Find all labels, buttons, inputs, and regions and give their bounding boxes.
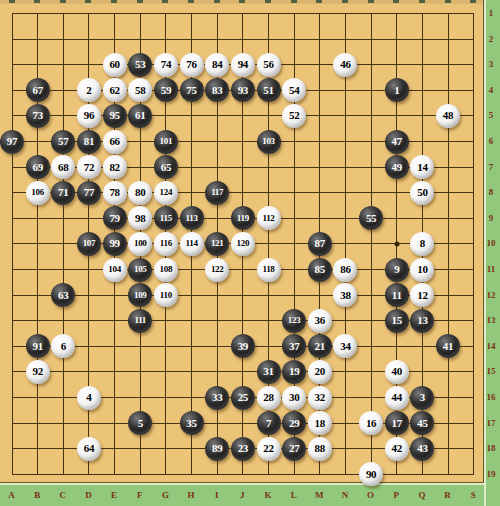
stone-move-17: 17 (385, 411, 409, 435)
move-number: 2 (86, 85, 91, 96)
move-number: 101 (160, 137, 173, 146)
move-number: 7 (266, 418, 271, 429)
move-number: 73 (32, 110, 42, 121)
column-label-D: D (85, 491, 92, 500)
move-number: 27 (289, 443, 299, 454)
move-number: 35 (186, 418, 196, 429)
column-label-K: K (264, 491, 271, 500)
move-number: 111 (134, 316, 146, 325)
cropped-top-label (239, 0, 245, 3)
stone-move-112: 112 (257, 206, 281, 230)
move-number: 121 (211, 239, 224, 248)
stone-move-99: 99 (103, 232, 127, 256)
move-number: 104 (108, 265, 121, 274)
stone-move-45: 45 (410, 411, 434, 435)
stone-move-60: 60 (103, 53, 127, 77)
stone-move-41: 41 (436, 334, 460, 358)
move-number: 36 (315, 315, 325, 326)
stone-move-55: 55 (359, 206, 383, 230)
stone-move-59: 59 (154, 78, 178, 102)
move-number: 13 (417, 315, 427, 326)
stone-move-50: 50 (410, 181, 434, 205)
go-board[interactable]: 6053747684945646672625859758393515417396… (0, 0, 500, 506)
move-number: 56 (263, 59, 273, 70)
move-number: 92 (32, 366, 42, 377)
move-number: 37 (289, 341, 299, 352)
move-number: 61 (135, 110, 145, 121)
move-number: 51 (263, 85, 273, 96)
move-number: 34 (340, 341, 350, 352)
stone-move-27: 27 (282, 437, 306, 461)
move-number: 48 (443, 110, 453, 121)
move-number: 115 (160, 214, 172, 223)
move-number: 96 (84, 110, 94, 121)
stone-move-74: 74 (154, 53, 178, 77)
grid-line-vertical (345, 13, 346, 475)
column-label-E: E (111, 491, 117, 500)
stone-move-85: 85 (308, 258, 332, 282)
stone-move-33: 33 (205, 386, 229, 410)
move-number: 118 (262, 265, 274, 274)
cropped-top-label (291, 0, 297, 3)
move-number: 49 (392, 162, 402, 173)
stone-move-10: 10 (410, 258, 434, 282)
stone-move-7: 7 (257, 411, 281, 435)
move-number: 18 (315, 418, 325, 429)
stone-move-28: 28 (257, 386, 281, 410)
column-label-L: L (291, 491, 297, 500)
cropped-top-label (188, 0, 194, 3)
move-number: 62 (109, 85, 119, 96)
stone-move-23: 23 (231, 437, 255, 461)
move-number: 39 (238, 341, 248, 352)
stone-move-54: 54 (282, 78, 306, 102)
stone-move-38: 38 (333, 283, 357, 307)
move-number: 110 (160, 291, 172, 300)
stone-move-71: 71 (51, 181, 75, 205)
move-number: 79 (109, 213, 119, 224)
stone-move-9: 9 (385, 258, 409, 282)
stone-move-5: 5 (128, 411, 152, 435)
stone-move-124: 124 (154, 181, 178, 205)
stone-move-114: 114 (180, 232, 204, 256)
stone-move-63: 63 (51, 283, 75, 307)
stone-move-79: 79 (103, 206, 127, 230)
stone-move-75: 75 (180, 78, 204, 102)
move-number: 4 (86, 392, 91, 403)
stone-move-111: 111 (128, 309, 152, 333)
stone-move-110: 110 (154, 283, 178, 307)
move-number: 43 (417, 443, 427, 454)
stone-move-30: 30 (282, 386, 306, 410)
stone-move-119: 119 (231, 206, 255, 230)
move-number: 109 (134, 291, 147, 300)
stone-move-13: 13 (410, 309, 434, 333)
stone-move-37: 37 (282, 334, 306, 358)
stone-move-67: 67 (26, 78, 50, 102)
move-number: 76 (186, 59, 196, 70)
stone-move-35: 35 (180, 411, 204, 435)
row-label-19: 19 (487, 469, 496, 478)
move-number: 58 (135, 85, 145, 96)
move-number: 65 (161, 162, 171, 173)
stone-move-66: 66 (103, 130, 127, 154)
row-label-7: 7 (489, 162, 494, 171)
stone-move-15: 15 (385, 309, 409, 333)
move-number: 74 (161, 59, 171, 70)
grid-line-vertical (448, 13, 449, 475)
move-number: 63 (58, 290, 68, 301)
cropped-top-label (9, 0, 15, 3)
stone-move-117: 117 (205, 181, 229, 205)
move-number: 81 (84, 136, 94, 147)
move-number: 23 (238, 443, 248, 454)
move-number: 97 (7, 136, 17, 147)
move-number: 108 (160, 265, 173, 274)
stone-move-98: 98 (128, 206, 152, 230)
row-label-9: 9 (489, 213, 494, 222)
stone-move-88: 88 (308, 437, 332, 461)
move-number: 114 (185, 239, 197, 248)
stone-move-83: 83 (205, 78, 229, 102)
move-number: 71 (58, 187, 68, 198)
stone-move-80: 80 (128, 181, 152, 205)
column-label-G: G (162, 491, 169, 500)
column-label-R: R (444, 491, 451, 500)
move-number: 17 (392, 418, 402, 429)
stone-move-22: 22 (257, 437, 281, 461)
stone-move-109: 109 (128, 283, 152, 307)
move-number: 59 (161, 85, 171, 96)
stone-move-32: 32 (308, 386, 332, 410)
move-number: 123 (288, 316, 301, 325)
stone-move-69: 69 (26, 155, 50, 179)
row-label-5: 5 (489, 111, 494, 120)
row-label-10: 10 (487, 239, 496, 248)
move-number: 124 (160, 188, 173, 197)
move-number: 67 (32, 85, 42, 96)
cropped-top-label (316, 0, 322, 3)
move-number: 93 (238, 85, 248, 96)
move-number: 16 (366, 418, 376, 429)
stone-move-89: 89 (205, 437, 229, 461)
move-number: 122 (211, 265, 224, 274)
move-number: 103 (262, 137, 275, 146)
stone-move-47: 47 (385, 130, 409, 154)
column-label-M: M (315, 491, 324, 500)
stone-move-21: 21 (308, 334, 332, 358)
move-number: 91 (32, 341, 42, 352)
stone-move-118: 118 (257, 258, 281, 282)
stone-move-48: 48 (436, 104, 460, 128)
move-number: 42 (392, 443, 402, 454)
column-label-A: A (8, 491, 15, 500)
stone-move-49: 49 (385, 155, 409, 179)
move-number: 19 (289, 366, 299, 377)
stone-move-122: 122 (205, 258, 229, 282)
stone-move-39: 39 (231, 334, 255, 358)
move-number: 72 (84, 162, 94, 173)
move-number: 53 (135, 59, 145, 70)
column-label-B: B (34, 491, 40, 500)
cropped-top-label (137, 0, 143, 3)
stone-move-86: 86 (333, 258, 357, 282)
stone-move-29: 29 (282, 411, 306, 435)
stone-move-72: 72 (77, 155, 101, 179)
move-number: 52 (289, 110, 299, 121)
cropped-top-label (342, 0, 348, 3)
move-number: 64 (84, 443, 94, 454)
move-number: 9 (394, 264, 399, 275)
move-number: 83 (212, 85, 222, 96)
stone-move-78: 78 (103, 181, 127, 205)
move-number: 98 (135, 213, 145, 224)
move-number: 41 (443, 341, 453, 352)
move-number: 117 (211, 188, 223, 197)
move-number: 84 (212, 59, 222, 70)
stone-move-58: 58 (128, 78, 152, 102)
stone-move-123: 123 (282, 309, 306, 333)
move-number: 116 (160, 239, 172, 248)
row-label-8: 8 (489, 188, 494, 197)
row-label-16: 16 (487, 393, 496, 402)
move-number: 46 (340, 59, 350, 70)
stone-move-14: 14 (410, 155, 434, 179)
stone-move-108: 108 (154, 258, 178, 282)
stone-move-101: 101 (154, 130, 178, 154)
grid-line-vertical (371, 13, 372, 475)
stone-move-57: 57 (51, 130, 75, 154)
stone-move-40: 40 (385, 360, 409, 384)
move-number: 21 (315, 341, 325, 352)
column-label-J: J (240, 491, 245, 500)
stone-move-77: 77 (77, 181, 101, 205)
cropped-top-label (85, 0, 91, 3)
move-number: 14 (417, 162, 427, 173)
move-number: 44 (392, 392, 402, 403)
move-number: 11 (392, 290, 402, 301)
move-number: 77 (84, 187, 94, 198)
stone-move-1: 1 (385, 78, 409, 102)
stone-move-92: 92 (26, 360, 50, 384)
column-label-P: P (394, 491, 400, 500)
move-number: 50 (417, 187, 427, 198)
move-number: 29 (289, 418, 299, 429)
stone-move-62: 62 (103, 78, 127, 102)
grid-line-horizontal (12, 474, 475, 475)
move-number: 28 (263, 392, 273, 403)
cropped-top-label (111, 0, 117, 3)
stone-move-107: 107 (77, 232, 101, 256)
move-number: 89 (212, 443, 222, 454)
stone-move-56: 56 (257, 53, 281, 77)
stone-move-100: 100 (128, 232, 152, 256)
row-label-15: 15 (487, 367, 496, 376)
cropped-top-label (34, 0, 40, 3)
move-number: 30 (289, 392, 299, 403)
move-number: 47 (392, 136, 402, 147)
stone-move-104: 104 (103, 258, 127, 282)
stone-move-106: 106 (26, 181, 50, 205)
column-label-C: C (60, 491, 67, 500)
column-label-S: S (471, 491, 476, 500)
move-number: 25 (238, 392, 248, 403)
move-number: 120 (237, 239, 250, 248)
cropped-top-label (368, 0, 374, 3)
move-number: 22 (263, 443, 273, 454)
stone-move-95: 95 (103, 104, 127, 128)
move-number: 119 (237, 214, 249, 223)
stone-move-12: 12 (410, 283, 434, 307)
column-label-O: O (367, 491, 374, 500)
stone-move-113: 113 (180, 206, 204, 230)
row-label-12: 12 (487, 290, 496, 299)
stone-move-116: 116 (154, 232, 178, 256)
column-label-N: N (342, 491, 349, 500)
move-number: 12 (417, 290, 427, 301)
move-number: 31 (263, 366, 273, 377)
stone-move-51: 51 (257, 78, 281, 102)
move-number: 75 (186, 85, 196, 96)
move-number: 40 (392, 366, 402, 377)
move-number: 106 (31, 188, 44, 197)
cropped-top-label (445, 0, 451, 3)
column-label-Q: Q (418, 491, 425, 500)
row-label-13: 13 (487, 316, 496, 325)
stone-move-2: 2 (77, 78, 101, 102)
row-label-18: 18 (487, 444, 496, 453)
stone-move-43: 43 (410, 437, 434, 461)
move-number: 99 (109, 238, 119, 249)
stone-move-20: 20 (308, 360, 332, 384)
stone-move-68: 68 (51, 155, 75, 179)
stone-move-81: 81 (77, 130, 101, 154)
stone-move-121: 121 (205, 232, 229, 256)
move-number: 8 (420, 238, 425, 249)
move-number: 80 (135, 187, 145, 198)
stone-move-90: 90 (359, 462, 383, 486)
stone-move-34: 34 (333, 334, 357, 358)
cropped-top-label (60, 0, 66, 3)
move-number: 78 (109, 187, 119, 198)
move-number: 6 (61, 341, 66, 352)
stone-move-115: 115 (154, 206, 178, 230)
move-number: 95 (109, 110, 119, 121)
stone-move-76: 76 (180, 53, 204, 77)
row-label-17: 17 (487, 418, 496, 427)
row-label-2: 2 (489, 34, 494, 43)
row-label-1: 1 (489, 9, 494, 18)
stone-move-91: 91 (26, 334, 50, 358)
row-label-6: 6 (489, 137, 494, 146)
stone-move-53: 53 (128, 53, 152, 77)
cropped-top-label (265, 0, 271, 3)
move-number: 94 (238, 59, 248, 70)
move-number: 107 (83, 239, 96, 248)
stone-move-4: 4 (77, 386, 101, 410)
cropped-top-label (419, 0, 425, 3)
move-number: 55 (366, 213, 376, 224)
cropped-top-label (214, 0, 220, 3)
stone-move-120: 120 (231, 232, 255, 256)
column-label-I: I (215, 491, 219, 500)
stone-move-105: 105 (128, 258, 152, 282)
stone-move-73: 73 (26, 104, 50, 128)
move-number: 112 (262, 214, 274, 223)
move-number: 69 (32, 162, 42, 173)
move-number: 45 (417, 418, 427, 429)
move-number: 85 (315, 264, 325, 275)
move-number: 66 (109, 136, 119, 147)
move-number: 57 (58, 136, 68, 147)
move-number: 60 (109, 59, 119, 70)
move-number: 105 (134, 265, 147, 274)
stone-move-31: 31 (257, 360, 281, 384)
stone-move-93: 93 (231, 78, 255, 102)
stone-move-65: 65 (154, 155, 178, 179)
stone-move-96: 96 (77, 104, 101, 128)
row-label-11: 11 (487, 265, 496, 274)
move-number: 3 (420, 392, 425, 403)
stone-move-42: 42 (385, 437, 409, 461)
move-number: 68 (58, 162, 68, 173)
stone-move-87: 87 (308, 232, 332, 256)
row-label-14: 14 (487, 341, 496, 350)
move-number: 20 (315, 366, 325, 377)
stone-move-18: 18 (308, 411, 332, 435)
stone-move-6: 6 (51, 334, 75, 358)
stone-move-61: 61 (128, 104, 152, 128)
move-number: 33 (212, 392, 222, 403)
stone-move-84: 84 (205, 53, 229, 77)
move-number: 32 (315, 392, 325, 403)
move-number: 82 (109, 162, 119, 173)
stone-move-3: 3 (410, 386, 434, 410)
stone-move-8: 8 (410, 232, 434, 256)
row-label-3: 3 (489, 60, 494, 69)
grid-line-vertical (473, 13, 474, 475)
right-coordinate-strip (483, 0, 500, 506)
move-number: 100 (134, 239, 147, 248)
move-number: 5 (138, 418, 143, 429)
stone-move-11: 11 (385, 283, 409, 307)
move-number: 87 (315, 238, 325, 249)
stone-move-36: 36 (308, 309, 332, 333)
cropped-top-label (162, 0, 168, 3)
column-label-H: H (188, 491, 195, 500)
move-number: 90 (366, 469, 376, 480)
cropped-top-label (393, 0, 399, 3)
top-coordinate-strip-cropped (0, 0, 484, 4)
stone-move-94: 94 (231, 53, 255, 77)
move-number: 54 (289, 85, 299, 96)
move-number: 113 (185, 214, 197, 223)
move-number: 86 (340, 264, 350, 275)
cropped-top-label (470, 0, 476, 3)
stone-move-19: 19 (282, 360, 306, 384)
stone-move-44: 44 (385, 386, 409, 410)
move-number: 10 (417, 264, 427, 275)
move-number: 88 (315, 443, 325, 454)
stone-move-64: 64 (77, 437, 101, 461)
go-kifu-viewer: 6053747684945646672625859758393515417396… (0, 0, 500, 506)
move-number: 38 (340, 290, 350, 301)
stone-move-97: 97 (0, 130, 24, 154)
stone-move-16: 16 (359, 411, 383, 435)
column-label-F: F (137, 491, 143, 500)
stone-move-52: 52 (282, 104, 306, 128)
stone-move-103: 103 (257, 130, 281, 154)
